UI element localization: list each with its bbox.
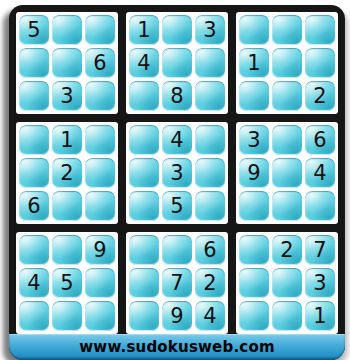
cell-r5c8[interactable] (272, 158, 302, 188)
box-1-2: 1348 (126, 12, 228, 114)
cell-r9c2[interactable] (52, 301, 82, 331)
cell-r5c6[interactable] (195, 158, 225, 188)
cell-r5c2[interactable]: 2 (52, 158, 82, 188)
cell-r3c8[interactable] (272, 81, 302, 111)
cell-r9c5[interactable]: 9 (162, 301, 192, 331)
cell-r8c3[interactable] (85, 268, 115, 298)
cell-r6c3[interactable] (85, 191, 115, 221)
box-1-1: 563 (16, 12, 118, 114)
cell-r8c7[interactable] (239, 268, 269, 298)
cell-r7c8[interactable]: 2 (272, 235, 302, 265)
cell-r2c6[interactable] (195, 48, 225, 78)
cell-r4c8[interactable] (272, 125, 302, 155)
box-3-1: 945 (16, 232, 118, 334)
cell-r2c5[interactable] (162, 48, 192, 78)
cell-r7c5[interactable] (162, 235, 192, 265)
cell-r5c4[interactable] (129, 158, 159, 188)
cell-r8c2[interactable]: 5 (52, 268, 82, 298)
cell-r3c5[interactable]: 8 (162, 81, 192, 111)
cell-r2c4[interactable]: 4 (129, 48, 159, 78)
cell-r7c9[interactable]: 7 (305, 235, 335, 265)
cell-r3c1[interactable] (19, 81, 49, 111)
sudoku-board: 5631348121264353694945672942731 (9, 5, 345, 334)
cell-r4c3[interactable] (85, 125, 115, 155)
cell-r6c5[interactable]: 5 (162, 191, 192, 221)
cell-r5c5[interactable]: 3 (162, 158, 192, 188)
cell-r2c9[interactable] (305, 48, 335, 78)
cell-r2c8[interactable] (272, 48, 302, 78)
cell-r8c4[interactable] (129, 268, 159, 298)
cell-r9c3[interactable] (85, 301, 115, 331)
cell-r6c8[interactable] (272, 191, 302, 221)
cell-r7c7[interactable] (239, 235, 269, 265)
cell-r7c3[interactable]: 9 (85, 235, 115, 265)
cell-r1c1[interactable]: 5 (19, 15, 49, 45)
cell-r6c2[interactable] (52, 191, 82, 221)
cell-r9c6[interactable]: 4 (195, 301, 225, 331)
cell-r9c7[interactable] (239, 301, 269, 331)
cell-r5c7[interactable]: 9 (239, 158, 269, 188)
cell-r4c4[interactable] (129, 125, 159, 155)
sudoku-plaque: 5631348121264353694945672942731 www.sudo… (9, 5, 345, 360)
cell-r3c9[interactable]: 2 (305, 81, 335, 111)
cell-r9c8[interactable] (272, 301, 302, 331)
cell-r7c6[interactable]: 6 (195, 235, 225, 265)
cell-r4c5[interactable]: 4 (162, 125, 192, 155)
cell-r3c7[interactable] (239, 81, 269, 111)
cell-r9c9[interactable]: 1 (305, 301, 335, 331)
cell-r1c8[interactable] (272, 15, 302, 45)
footer-bar: www.sudokusweb.com (9, 334, 345, 360)
cell-r1c5[interactable] (162, 15, 192, 45)
cell-r1c2[interactable] (52, 15, 82, 45)
cell-r1c7[interactable] (239, 15, 269, 45)
cell-r7c1[interactable] (19, 235, 49, 265)
cell-r1c3[interactable] (85, 15, 115, 45)
cell-r4c9[interactable]: 6 (305, 125, 335, 155)
cell-r7c2[interactable] (52, 235, 82, 265)
cell-r2c3[interactable]: 6 (85, 48, 115, 78)
cell-r9c4[interactable] (129, 301, 159, 331)
cell-r6c1[interactable]: 6 (19, 191, 49, 221)
cell-r3c3[interactable] (85, 81, 115, 111)
box-2-3: 3694 (236, 122, 338, 224)
box-3-3: 2731 (236, 232, 338, 334)
cell-r4c2[interactable]: 1 (52, 125, 82, 155)
cell-r7c4[interactable] (129, 235, 159, 265)
box-1-3: 12 (236, 12, 338, 114)
cell-r5c3[interactable] (85, 158, 115, 188)
cell-r5c9[interactable]: 4 (305, 158, 335, 188)
cell-r6c7[interactable] (239, 191, 269, 221)
cell-r1c9[interactable] (305, 15, 335, 45)
box-2-1: 126 (16, 122, 118, 224)
cell-r8c8[interactable] (272, 268, 302, 298)
cell-r2c7[interactable]: 1 (239, 48, 269, 78)
cell-r3c4[interactable] (129, 81, 159, 111)
cell-r8c6[interactable]: 2 (195, 268, 225, 298)
cell-r4c7[interactable]: 3 (239, 125, 269, 155)
cell-r1c6[interactable]: 3 (195, 15, 225, 45)
cell-r5c1[interactable] (19, 158, 49, 188)
cell-r6c4[interactable] (129, 191, 159, 221)
cell-r9c1[interactable] (19, 301, 49, 331)
cell-r4c1[interactable] (19, 125, 49, 155)
cell-r4c6[interactable] (195, 125, 225, 155)
cell-r6c6[interactable] (195, 191, 225, 221)
cell-r3c6[interactable] (195, 81, 225, 111)
cell-r6c9[interactable] (305, 191, 335, 221)
cell-r8c9[interactable]: 3 (305, 268, 335, 298)
cell-r3c2[interactable]: 3 (52, 81, 82, 111)
box-2-2: 435 (126, 122, 228, 224)
cell-r8c5[interactable]: 7 (162, 268, 192, 298)
cell-r2c2[interactable] (52, 48, 82, 78)
cell-r1c4[interactable]: 1 (129, 15, 159, 45)
box-3-2: 67294 (126, 232, 228, 334)
cell-r2c1[interactable] (19, 48, 49, 78)
cell-r8c1[interactable]: 4 (19, 268, 49, 298)
site-url: www.sudokusweb.com (79, 338, 274, 356)
